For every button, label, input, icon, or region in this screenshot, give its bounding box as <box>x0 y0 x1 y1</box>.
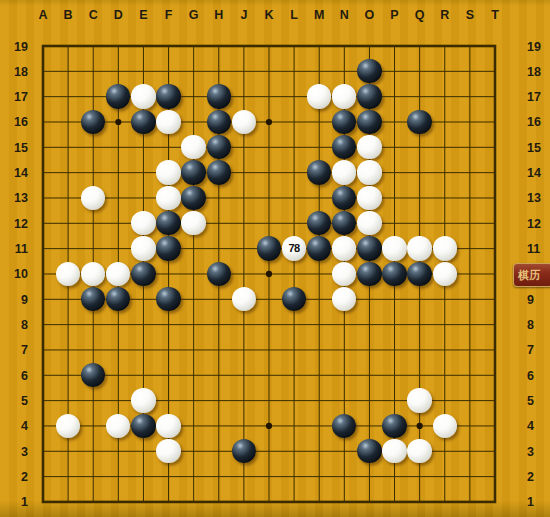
intersection-G12[interactable] <box>181 211 206 236</box>
intersection-L5[interactable] <box>281 388 306 413</box>
intersection-S4[interactable] <box>457 413 482 438</box>
intersection-J14[interactable] <box>231 160 256 185</box>
intersection-T7[interactable] <box>482 337 507 362</box>
intersection-E3[interactable] <box>131 439 156 464</box>
intersection-T3[interactable] <box>482 439 507 464</box>
intersection-S18[interactable] <box>457 59 482 84</box>
intersection-F15[interactable] <box>156 135 181 160</box>
intersection-F4[interactable] <box>156 413 181 438</box>
intersection-D17[interactable] <box>106 84 131 109</box>
intersection-F10[interactable] <box>156 261 181 286</box>
intersection-E2[interactable] <box>131 464 156 489</box>
intersection-C5[interactable] <box>81 388 106 413</box>
intersection-B11[interactable] <box>56 236 81 261</box>
intersection-L8[interactable] <box>281 312 306 337</box>
intersection-J7[interactable] <box>231 337 256 362</box>
intersection-C2[interactable] <box>81 464 106 489</box>
intersection-O14[interactable] <box>357 160 382 185</box>
intersection-M15[interactable] <box>307 135 332 160</box>
intersection-K3[interactable] <box>256 439 281 464</box>
intersection-M14[interactable] <box>307 160 332 185</box>
intersection-A3[interactable] <box>30 439 55 464</box>
intersection-R17[interactable] <box>432 84 457 109</box>
intersection-L15[interactable] <box>281 135 306 160</box>
intersection-A16[interactable] <box>30 109 55 134</box>
intersection-N15[interactable] <box>332 135 357 160</box>
intersection-S1[interactable] <box>457 489 482 514</box>
intersection-K15[interactable] <box>256 135 281 160</box>
intersection-T19[interactable] <box>482 33 507 58</box>
intersection-L17[interactable] <box>281 84 306 109</box>
intersection-S2[interactable] <box>457 464 482 489</box>
intersection-Q19[interactable] <box>407 33 432 58</box>
intersection-P16[interactable] <box>382 109 407 134</box>
intersection-Q4[interactable] <box>407 413 432 438</box>
intersection-A1[interactable] <box>30 489 55 514</box>
intersection-T4[interactable] <box>482 413 507 438</box>
intersection-L13[interactable] <box>281 185 306 210</box>
intersection-F16[interactable] <box>156 109 181 134</box>
intersection-E10[interactable] <box>131 261 156 286</box>
intersection-Q18[interactable] <box>407 59 432 84</box>
intersection-R11[interactable] <box>432 236 457 261</box>
intersection-H8[interactable] <box>206 312 231 337</box>
intersection-S19[interactable] <box>457 33 482 58</box>
intersection-S16[interactable] <box>457 109 482 134</box>
intersection-F11[interactable] <box>156 236 181 261</box>
intersection-C3[interactable] <box>81 439 106 464</box>
intersection-G1[interactable] <box>181 489 206 514</box>
intersection-E17[interactable] <box>131 84 156 109</box>
intersection-M1[interactable] <box>307 489 332 514</box>
intersection-T9[interactable] <box>482 287 507 312</box>
intersection-D6[interactable] <box>106 363 131 388</box>
intersection-L4[interactable] <box>281 413 306 438</box>
intersection-F8[interactable] <box>156 312 181 337</box>
intersection-P17[interactable] <box>382 84 407 109</box>
intersection-G15[interactable] <box>181 135 206 160</box>
intersection-A9[interactable] <box>30 287 55 312</box>
intersection-K13[interactable] <box>256 185 281 210</box>
intersection-B8[interactable] <box>56 312 81 337</box>
intersection-H5[interactable] <box>206 388 231 413</box>
intersection-T13[interactable] <box>482 185 507 210</box>
intersection-G10[interactable] <box>181 261 206 286</box>
intersection-K12[interactable] <box>256 211 281 236</box>
intersection-P2[interactable] <box>382 464 407 489</box>
intersection-R5[interactable] <box>432 388 457 413</box>
intersection-Q11[interactable] <box>407 236 432 261</box>
intersection-O19[interactable] <box>357 33 382 58</box>
intersection-O13[interactable] <box>357 185 382 210</box>
intersection-F12[interactable] <box>156 211 181 236</box>
intersection-G13[interactable] <box>181 185 206 210</box>
intersection-H4[interactable] <box>206 413 231 438</box>
intersection-H17[interactable] <box>206 84 231 109</box>
intersection-B14[interactable] <box>56 160 81 185</box>
intersection-F18[interactable] <box>156 59 181 84</box>
intersection-R4[interactable] <box>432 413 457 438</box>
intersection-B1[interactable] <box>56 489 81 514</box>
intersection-C8[interactable] <box>81 312 106 337</box>
intersection-O12[interactable] <box>357 211 382 236</box>
intersection-H9[interactable] <box>206 287 231 312</box>
intersection-Q15[interactable] <box>407 135 432 160</box>
intersection-O15[interactable] <box>357 135 382 160</box>
intersection-H15[interactable] <box>206 135 231 160</box>
intersection-S11[interactable] <box>457 236 482 261</box>
intersection-O2[interactable] <box>357 464 382 489</box>
intersection-M4[interactable] <box>307 413 332 438</box>
intersection-R16[interactable] <box>432 109 457 134</box>
intersection-H16[interactable] <box>206 109 231 134</box>
intersection-L12[interactable] <box>281 211 306 236</box>
intersection-C6[interactable] <box>81 363 106 388</box>
intersection-F9[interactable] <box>156 287 181 312</box>
intersection-Q1[interactable] <box>407 489 432 514</box>
intersection-B5[interactable] <box>56 388 81 413</box>
intersection-L19[interactable] <box>281 33 306 58</box>
intersection-F17[interactable] <box>156 84 181 109</box>
intersection-D10[interactable] <box>106 261 131 286</box>
intersection-K10[interactable] <box>256 261 281 286</box>
intersection-P1[interactable] <box>382 489 407 514</box>
intersection-F7[interactable] <box>156 337 181 362</box>
intersection-P14[interactable] <box>382 160 407 185</box>
intersection-D13[interactable] <box>106 185 131 210</box>
intersection-J16[interactable] <box>231 109 256 134</box>
intersection-J10[interactable] <box>231 261 256 286</box>
intersection-R8[interactable] <box>432 312 457 337</box>
intersection-T18[interactable] <box>482 59 507 84</box>
intersection-N16[interactable] <box>332 109 357 134</box>
intersection-M12[interactable] <box>307 211 332 236</box>
intersection-C19[interactable] <box>81 33 106 58</box>
intersection-J17[interactable] <box>231 84 256 109</box>
intersection-N17[interactable] <box>332 84 357 109</box>
intersection-G7[interactable] <box>181 337 206 362</box>
intersection-H6[interactable] <box>206 363 231 388</box>
intersection-N12[interactable] <box>332 211 357 236</box>
intersection-D3[interactable] <box>106 439 131 464</box>
intersection-M11[interactable] <box>307 236 332 261</box>
intersection-O10[interactable] <box>357 261 382 286</box>
intersection-A18[interactable] <box>30 59 55 84</box>
intersection-D11[interactable] <box>106 236 131 261</box>
intersection-N14[interactable] <box>332 160 357 185</box>
intersection-L14[interactable] <box>281 160 306 185</box>
intersection-E6[interactable] <box>131 363 156 388</box>
intersection-N1[interactable] <box>332 489 357 514</box>
intersection-B13[interactable] <box>56 185 81 210</box>
intersection-P12[interactable] <box>382 211 407 236</box>
intersection-K8[interactable] <box>256 312 281 337</box>
intersection-D2[interactable] <box>106 464 131 489</box>
intersection-Q2[interactable] <box>407 464 432 489</box>
intersection-K1[interactable] <box>256 489 281 514</box>
intersection-A4[interactable] <box>30 413 55 438</box>
intersection-L9[interactable] <box>281 287 306 312</box>
intersection-N7[interactable] <box>332 337 357 362</box>
intersection-T5[interactable] <box>482 388 507 413</box>
intersection-M10[interactable] <box>307 261 332 286</box>
intersection-S5[interactable] <box>457 388 482 413</box>
intersection-B18[interactable] <box>56 59 81 84</box>
side-badge[interactable]: 棋历 <box>513 263 550 287</box>
intersection-H18[interactable] <box>206 59 231 84</box>
intersection-J1[interactable] <box>231 489 256 514</box>
intersection-S13[interactable] <box>457 185 482 210</box>
intersection-C18[interactable] <box>81 59 106 84</box>
intersection-T2[interactable] <box>482 464 507 489</box>
intersection-R19[interactable] <box>432 33 457 58</box>
intersection-K7[interactable] <box>256 337 281 362</box>
intersection-F19[interactable] <box>156 33 181 58</box>
intersection-G17[interactable] <box>181 84 206 109</box>
intersection-G9[interactable] <box>181 287 206 312</box>
intersection-P4[interactable] <box>382 413 407 438</box>
intersection-C7[interactable] <box>81 337 106 362</box>
intersection-E7[interactable] <box>131 337 156 362</box>
intersection-R3[interactable] <box>432 439 457 464</box>
intersection-O9[interactable] <box>357 287 382 312</box>
intersection-H7[interactable] <box>206 337 231 362</box>
intersection-M6[interactable] <box>307 363 332 388</box>
intersection-S12[interactable] <box>457 211 482 236</box>
intersection-N13[interactable] <box>332 185 357 210</box>
intersection-E14[interactable] <box>131 160 156 185</box>
intersection-E12[interactable] <box>131 211 156 236</box>
intersection-T1[interactable] <box>482 489 507 514</box>
intersection-S6[interactable] <box>457 363 482 388</box>
intersection-E15[interactable] <box>131 135 156 160</box>
intersection-P19[interactable] <box>382 33 407 58</box>
intersection-H12[interactable] <box>206 211 231 236</box>
intersection-J2[interactable] <box>231 464 256 489</box>
intersection-Q12[interactable] <box>407 211 432 236</box>
intersection-E19[interactable] <box>131 33 156 58</box>
intersection-B12[interactable] <box>56 211 81 236</box>
intersection-D19[interactable] <box>106 33 131 58</box>
intersection-N19[interactable] <box>332 33 357 58</box>
intersection-B16[interactable] <box>56 109 81 134</box>
intersection-Q8[interactable] <box>407 312 432 337</box>
intersection-B10[interactable] <box>56 261 81 286</box>
intersection-L18[interactable] <box>281 59 306 84</box>
intersection-N9[interactable] <box>332 287 357 312</box>
intersection-A15[interactable] <box>30 135 55 160</box>
intersection-F14[interactable] <box>156 160 181 185</box>
intersection-P8[interactable] <box>382 312 407 337</box>
intersection-A2[interactable] <box>30 464 55 489</box>
intersection-D4[interactable] <box>106 413 131 438</box>
intersection-C1[interactable] <box>81 489 106 514</box>
intersection-A8[interactable] <box>30 312 55 337</box>
intersection-R14[interactable] <box>432 160 457 185</box>
intersection-T10[interactable] <box>482 261 507 286</box>
intersection-K6[interactable] <box>256 363 281 388</box>
intersection-R6[interactable] <box>432 363 457 388</box>
intersection-D7[interactable] <box>106 337 131 362</box>
intersection-P15[interactable] <box>382 135 407 160</box>
intersection-A7[interactable] <box>30 337 55 362</box>
intersection-R15[interactable] <box>432 135 457 160</box>
intersection-P13[interactable] <box>382 185 407 210</box>
intersection-O1[interactable] <box>357 489 382 514</box>
intersection-G14[interactable] <box>181 160 206 185</box>
intersection-O11[interactable] <box>357 236 382 261</box>
intersection-Q7[interactable] <box>407 337 432 362</box>
intersection-D16[interactable] <box>106 109 131 134</box>
intersection-B15[interactable] <box>56 135 81 160</box>
intersection-M5[interactable] <box>307 388 332 413</box>
intersection-L16[interactable] <box>281 109 306 134</box>
intersection-O6[interactable] <box>357 363 382 388</box>
intersection-S15[interactable] <box>457 135 482 160</box>
intersection-C17[interactable] <box>81 84 106 109</box>
intersection-H1[interactable] <box>206 489 231 514</box>
intersection-K4[interactable] <box>256 413 281 438</box>
intersection-T12[interactable] <box>482 211 507 236</box>
intersection-M9[interactable] <box>307 287 332 312</box>
intersection-J8[interactable] <box>231 312 256 337</box>
intersection-S9[interactable] <box>457 287 482 312</box>
intersection-R9[interactable] <box>432 287 457 312</box>
intersection-S10[interactable] <box>457 261 482 286</box>
intersection-P18[interactable] <box>382 59 407 84</box>
intersection-D8[interactable] <box>106 312 131 337</box>
intersection-D12[interactable] <box>106 211 131 236</box>
intersection-P6[interactable] <box>382 363 407 388</box>
intersection-N4[interactable] <box>332 413 357 438</box>
intersection-G2[interactable] <box>181 464 206 489</box>
intersection-E16[interactable] <box>131 109 156 134</box>
intersection-S3[interactable] <box>457 439 482 464</box>
intersection-P9[interactable] <box>382 287 407 312</box>
intersection-P5[interactable] <box>382 388 407 413</box>
intersection-F3[interactable] <box>156 439 181 464</box>
intersection-D15[interactable] <box>106 135 131 160</box>
intersection-E1[interactable] <box>131 489 156 514</box>
intersection-T11[interactable] <box>482 236 507 261</box>
intersection-J15[interactable] <box>231 135 256 160</box>
intersection-O3[interactable] <box>357 439 382 464</box>
intersection-E4[interactable] <box>131 413 156 438</box>
intersection-C4[interactable] <box>81 413 106 438</box>
intersection-Q14[interactable] <box>407 160 432 185</box>
intersection-R10[interactable] <box>432 261 457 286</box>
intersection-A19[interactable] <box>30 33 55 58</box>
intersection-A17[interactable] <box>30 84 55 109</box>
intersection-G19[interactable] <box>181 33 206 58</box>
intersection-E9[interactable] <box>131 287 156 312</box>
intersection-F13[interactable] <box>156 185 181 210</box>
intersection-K5[interactable] <box>256 388 281 413</box>
intersection-B2[interactable] <box>56 464 81 489</box>
intersection-C16[interactable] <box>81 109 106 134</box>
intersection-D5[interactable] <box>106 388 131 413</box>
intersection-P7[interactable] <box>382 337 407 362</box>
intersection-Q13[interactable] <box>407 185 432 210</box>
intersection-C9[interactable] <box>81 287 106 312</box>
intersection-E11[interactable] <box>131 236 156 261</box>
intersection-F1[interactable] <box>156 489 181 514</box>
intersection-B6[interactable] <box>56 363 81 388</box>
intersection-P11[interactable] <box>382 236 407 261</box>
intersection-T16[interactable] <box>482 109 507 134</box>
intersection-G6[interactable] <box>181 363 206 388</box>
intersection-E18[interactable] <box>131 59 156 84</box>
intersection-J9[interactable] <box>231 287 256 312</box>
intersection-H2[interactable] <box>206 464 231 489</box>
intersection-J11[interactable] <box>231 236 256 261</box>
intersection-P10[interactable] <box>382 261 407 286</box>
intersection-S14[interactable] <box>457 160 482 185</box>
intersection-H3[interactable] <box>206 439 231 464</box>
intersection-M18[interactable] <box>307 59 332 84</box>
intersection-O4[interactable] <box>357 413 382 438</box>
intersection-M16[interactable] <box>307 109 332 134</box>
intersection-C10[interactable] <box>81 261 106 286</box>
intersection-N3[interactable] <box>332 439 357 464</box>
intersection-C13[interactable] <box>81 185 106 210</box>
intersection-O5[interactable] <box>357 388 382 413</box>
intersection-B17[interactable] <box>56 84 81 109</box>
intersection-T8[interactable] <box>482 312 507 337</box>
intersection-L3[interactable] <box>281 439 306 464</box>
intersection-H14[interactable] <box>206 160 231 185</box>
intersection-N8[interactable] <box>332 312 357 337</box>
intersection-C12[interactable] <box>81 211 106 236</box>
intersection-N18[interactable] <box>332 59 357 84</box>
intersection-A13[interactable] <box>30 185 55 210</box>
intersection-B7[interactable] <box>56 337 81 362</box>
intersection-A5[interactable] <box>30 388 55 413</box>
intersection-C11[interactable] <box>81 236 106 261</box>
intersection-Q5[interactable] <box>407 388 432 413</box>
intersection-J18[interactable] <box>231 59 256 84</box>
intersection-E5[interactable] <box>131 388 156 413</box>
intersection-D14[interactable] <box>106 160 131 185</box>
intersection-A14[interactable] <box>30 160 55 185</box>
intersection-F6[interactable] <box>156 363 181 388</box>
intersection-Q17[interactable] <box>407 84 432 109</box>
intersection-A10[interactable] <box>30 261 55 286</box>
intersection-H19[interactable] <box>206 33 231 58</box>
intersection-J19[interactable] <box>231 33 256 58</box>
intersection-K16[interactable] <box>256 109 281 134</box>
intersection-K19[interactable] <box>256 33 281 58</box>
intersection-O16[interactable] <box>357 109 382 134</box>
intersection-T15[interactable] <box>482 135 507 160</box>
intersection-L1[interactable] <box>281 489 306 514</box>
intersection-K17[interactable] <box>256 84 281 109</box>
intersection-R18[interactable] <box>432 59 457 84</box>
intersection-Q3[interactable] <box>407 439 432 464</box>
intersection-K11[interactable] <box>256 236 281 261</box>
intersection-K18[interactable] <box>256 59 281 84</box>
intersection-G18[interactable] <box>181 59 206 84</box>
intersection-E8[interactable] <box>131 312 156 337</box>
intersection-R7[interactable] <box>432 337 457 362</box>
intersection-P3[interactable] <box>382 439 407 464</box>
intersection-K14[interactable] <box>256 160 281 185</box>
intersection-A11[interactable] <box>30 236 55 261</box>
intersection-G8[interactable] <box>181 312 206 337</box>
intersection-D9[interactable] <box>106 287 131 312</box>
intersection-J5[interactable] <box>231 388 256 413</box>
intersection-L10[interactable] <box>281 261 306 286</box>
